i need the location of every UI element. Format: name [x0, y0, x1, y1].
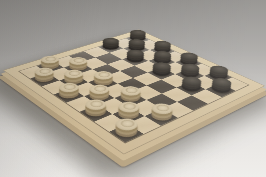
photo-scene: ⛂⛂⛂⛂⛂⛂⛂⛂⛂⛂⛂⛂⛀⛀⛀⛀⛀⛀⛀⛀⛀⛀⛀⛀ — [0, 0, 266, 177]
scene-perspective: ⛂⛂⛂⛂⛂⛂⛂⛂⛂⛂⛂⛂⛀⛀⛀⛀⛀⛀⛀⛀⛀⛀⛀⛀ — [0, 0, 266, 177]
board-grid: ⛂⛂⛂⛂⛂⛂⛂⛂⛂⛂⛂⛂⛀⛀⛀⛀⛀⛀⛀⛀⛀⛀⛀⛀ — [19, 35, 248, 143]
checkers-board: ⛂⛂⛂⛂⛂⛂⛂⛂⛂⛂⛂⛂⛀⛀⛀⛀⛀⛀⛀⛀⛀⛀⛀⛀ — [3, 29, 265, 154]
board-cell[interactable]: ⛂ — [176, 81, 205, 95]
